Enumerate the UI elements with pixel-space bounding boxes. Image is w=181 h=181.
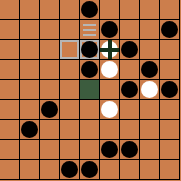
- cell-r1-c1[interactable]: [20, 20, 40, 40]
- black-stone: [81, 41, 98, 58]
- cell-r6-c8[interactable]: [160, 120, 180, 140]
- cell-r2-c8[interactable]: [160, 40, 180, 60]
- cell-r1-c6[interactable]: [120, 20, 140, 40]
- cell-r1-c2[interactable]: [40, 20, 60, 40]
- cell-r5-c4[interactable]: [80, 100, 100, 120]
- black-stone: [121, 41, 138, 58]
- cell-r5-c6[interactable]: [120, 100, 140, 120]
- lines-marker-icon: [83, 34, 96, 36]
- black-stone: [161, 21, 178, 38]
- cell-r7-c5[interactable]: [100, 140, 120, 160]
- cell-r3-c1[interactable]: [20, 60, 40, 80]
- cell-r8-c3[interactable]: [60, 160, 80, 180]
- cell-r1-c8[interactable]: [160, 20, 180, 40]
- cell-r8-c6[interactable]: [120, 160, 140, 180]
- cell-r6-c6[interactable]: [120, 120, 140, 140]
- cell-r0-c5[interactable]: [100, 0, 120, 20]
- game-screen: [0, 0, 181, 181]
- white-stone: [101, 101, 118, 118]
- cell-r7-c8[interactable]: [160, 140, 180, 160]
- green-highlight-cell-r4-c4[interactable]: [80, 80, 100, 100]
- board: [0, 0, 180, 180]
- cell-r2-c1[interactable]: [20, 40, 40, 60]
- cell-r6-c0[interactable]: [0, 120, 20, 140]
- lines-marker-icon: [83, 29, 96, 31]
- cell-r8-c5[interactable]: [100, 160, 120, 180]
- cell-r5-c7[interactable]: [140, 100, 160, 120]
- cell-r4-c1[interactable]: [20, 80, 40, 100]
- black-stone: [41, 101, 58, 118]
- cell-r4-c8[interactable]: [160, 80, 180, 100]
- cell-r1-c0[interactable]: [0, 20, 20, 40]
- cell-r0-c1[interactable]: [20, 0, 40, 20]
- cell-r4-c2[interactable]: [40, 80, 60, 100]
- cell-r3-c5[interactable]: [100, 60, 120, 80]
- cell-r5-c8[interactable]: [160, 100, 180, 120]
- lines-marker-icon: [83, 24, 96, 26]
- cell-r5-c2[interactable]: [40, 100, 60, 120]
- cell-r5-c0[interactable]: [0, 100, 20, 120]
- cell-r0-c0[interactable]: [0, 0, 20, 20]
- black-stone: [121, 141, 138, 158]
- cell-r6-c3[interactable]: [60, 120, 80, 140]
- cell-r0-c7[interactable]: [140, 0, 160, 20]
- black-stone: [101, 21, 118, 38]
- cell-r7-c4[interactable]: [80, 140, 100, 160]
- cell-r3-c0[interactable]: [0, 60, 20, 80]
- cell-r2-c4[interactable]: [80, 40, 100, 60]
- cell-r1-c5[interactable]: [100, 20, 120, 40]
- cell-r3-c8[interactable]: [160, 60, 180, 80]
- cell-r0-c3[interactable]: [60, 0, 80, 20]
- cell-r3-c7[interactable]: [140, 60, 160, 80]
- black-stone: [81, 1, 98, 18]
- cell-r4-c3[interactable]: [60, 80, 80, 100]
- black-stone: [121, 81, 138, 98]
- cell-r5-c1[interactable]: [20, 100, 40, 120]
- cell-r2-c0[interactable]: [0, 40, 20, 60]
- cell-r0-c6[interactable]: [120, 0, 140, 20]
- cell-r4-c7[interactable]: [140, 80, 160, 100]
- cell-r8-c1[interactable]: [20, 160, 40, 180]
- black-stone: [101, 141, 118, 158]
- cell-r8-c7[interactable]: [140, 160, 160, 180]
- black-stone: [141, 61, 158, 78]
- cell-r3-c6[interactable]: [120, 60, 140, 80]
- cell-r8-c2[interactable]: [40, 160, 60, 180]
- cell-r0-c4[interactable]: [80, 0, 100, 20]
- cross-marker-icon: [108, 40, 112, 59]
- cell-r3-c3[interactable]: [60, 60, 80, 80]
- cell-r0-c8[interactable]: [160, 0, 180, 20]
- black-stone: [21, 121, 38, 138]
- black-stone: [61, 161, 78, 178]
- cell-r3-c2[interactable]: [40, 60, 60, 80]
- cell-r2-c5[interactable]: [100, 40, 120, 60]
- cell-r7-c3[interactable]: [60, 140, 80, 160]
- cell-r2-c6[interactable]: [120, 40, 140, 60]
- black-stone: [81, 161, 98, 178]
- white-stone: [141, 81, 158, 98]
- cell-r7-c1[interactable]: [20, 140, 40, 160]
- black-stone: [81, 61, 98, 78]
- cell-r8-c0[interactable]: [0, 160, 20, 180]
- cell-r2-c3[interactable]: [60, 40, 80, 60]
- cell-r4-c5[interactable]: [100, 80, 120, 100]
- cell-r1-c3[interactable]: [60, 20, 80, 40]
- cell-r6-c4[interactable]: [80, 120, 100, 140]
- cell-r2-c2[interactable]: [40, 40, 60, 60]
- cell-r7-c2[interactable]: [40, 140, 60, 160]
- white-stone: [101, 61, 118, 78]
- cell-r5-c5[interactable]: [100, 100, 120, 120]
- cell-r6-c1[interactable]: [20, 120, 40, 140]
- cell-r8-c8[interactable]: [160, 160, 180, 180]
- cell-r2-c7[interactable]: [140, 40, 160, 60]
- black-stone: [161, 81, 178, 98]
- cell-r4-c6[interactable]: [120, 80, 140, 100]
- cell-r1-c7[interactable]: [140, 20, 160, 40]
- cell-r6-c5[interactable]: [100, 120, 120, 140]
- cell-r8-c4[interactable]: [80, 160, 100, 180]
- cell-r3-c4[interactable]: [80, 60, 100, 80]
- cell-r6-c2[interactable]: [40, 120, 60, 140]
- cell-r7-c0[interactable]: [0, 140, 20, 160]
- cell-r7-c6[interactable]: [120, 140, 140, 160]
- cell-r5-c3[interactable]: [60, 100, 80, 120]
- cell-r0-c2[interactable]: [40, 0, 60, 20]
- cell-r4-c0[interactable]: [0, 80, 20, 100]
- cell-r1-c4[interactable]: [80, 20, 100, 40]
- cell-r6-c7[interactable]: [140, 120, 160, 140]
- cell-r7-c7[interactable]: [140, 140, 160, 160]
